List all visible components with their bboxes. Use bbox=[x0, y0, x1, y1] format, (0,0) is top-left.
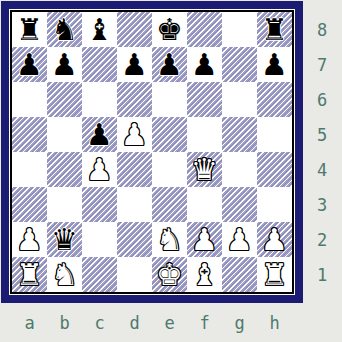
board-inner-border: ♜♞♝♚♜♟♟♟♟♟♟♟♟♟♛♟♛♞♟♟♟♜♞♚♝♜ bbox=[10, 10, 294, 294]
square-f8[interactable] bbox=[187, 12, 222, 47]
square-d3[interactable] bbox=[117, 187, 152, 222]
piece-black-bishop[interactable]: ♝ bbox=[86, 12, 113, 47]
piece-black-knight[interactable]: ♞ bbox=[51, 12, 78, 47]
piece-black-pawn[interactable]: ♟ bbox=[191, 47, 218, 82]
square-c8[interactable]: ♝ bbox=[82, 12, 117, 47]
square-h2[interactable]: ♟ bbox=[257, 222, 292, 257]
piece-black-pawn[interactable]: ♟ bbox=[86, 117, 113, 152]
square-d5[interactable]: ♟ bbox=[117, 117, 152, 152]
file-labels: abcdefgh bbox=[12, 304, 292, 342]
piece-white-knight[interactable]: ♞ bbox=[156, 222, 183, 257]
square-f7[interactable]: ♟ bbox=[187, 47, 222, 82]
square-d4[interactable] bbox=[117, 152, 152, 187]
square-c7[interactable] bbox=[82, 47, 117, 82]
square-a8[interactable]: ♜ bbox=[12, 12, 47, 47]
square-d6[interactable] bbox=[117, 82, 152, 117]
square-f3[interactable] bbox=[187, 187, 222, 222]
square-b2[interactable]: ♛ bbox=[47, 222, 82, 257]
piece-white-rook[interactable]: ♜ bbox=[261, 257, 288, 292]
piece-white-queen[interactable]: ♛ bbox=[191, 152, 218, 187]
file-label-f: f bbox=[187, 304, 222, 342]
chess-board: ♜♞♝♚♜♟♟♟♟♟♟♟♟♟♛♟♛♞♟♟♟♜♞♚♝♜ bbox=[1, 1, 303, 303]
square-e2[interactable]: ♞ bbox=[152, 222, 187, 257]
square-h5[interactable] bbox=[257, 117, 292, 152]
piece-white-pawn[interactable]: ♟ bbox=[226, 222, 253, 257]
square-h4[interactable] bbox=[257, 152, 292, 187]
piece-black-rook[interactable]: ♜ bbox=[261, 12, 288, 47]
square-a3[interactable] bbox=[12, 187, 47, 222]
rank-label-4: 4 bbox=[303, 152, 341, 187]
square-e5[interactable] bbox=[152, 117, 187, 152]
rank-label-2: 2 bbox=[303, 222, 341, 257]
square-h8[interactable]: ♜ bbox=[257, 12, 292, 47]
square-g8[interactable] bbox=[222, 12, 257, 47]
square-e4[interactable] bbox=[152, 152, 187, 187]
square-a6[interactable] bbox=[12, 82, 47, 117]
square-c6[interactable] bbox=[82, 82, 117, 117]
square-e7[interactable]: ♟ bbox=[152, 47, 187, 82]
square-c5[interactable]: ♟ bbox=[82, 117, 117, 152]
square-g6[interactable] bbox=[222, 82, 257, 117]
square-d2[interactable] bbox=[117, 222, 152, 257]
piece-black-queen[interactable]: ♛ bbox=[51, 222, 78, 257]
square-f4[interactable]: ♛ bbox=[187, 152, 222, 187]
piece-white-knight[interactable]: ♞ bbox=[51, 257, 78, 292]
square-f2[interactable]: ♟ bbox=[187, 222, 222, 257]
rank-label-7: 7 bbox=[303, 47, 341, 82]
square-c4[interactable]: ♟ bbox=[82, 152, 117, 187]
piece-white-king[interactable]: ♚ bbox=[156, 257, 183, 292]
square-b5[interactable] bbox=[47, 117, 82, 152]
piece-black-pawn[interactable]: ♟ bbox=[261, 47, 288, 82]
square-d1[interactable] bbox=[117, 257, 152, 292]
piece-white-pawn[interactable]: ♟ bbox=[121, 117, 148, 152]
square-b6[interactable] bbox=[47, 82, 82, 117]
square-c3[interactable] bbox=[82, 187, 117, 222]
rank-label-5: 5 bbox=[303, 117, 341, 152]
square-a1[interactable]: ♜ bbox=[12, 257, 47, 292]
square-c2[interactable] bbox=[82, 222, 117, 257]
square-g1[interactable] bbox=[222, 257, 257, 292]
file-label-b: b bbox=[47, 304, 82, 342]
square-g3[interactable] bbox=[222, 187, 257, 222]
square-d8[interactable] bbox=[117, 12, 152, 47]
square-e6[interactable] bbox=[152, 82, 187, 117]
piece-white-bishop[interactable]: ♝ bbox=[191, 257, 218, 292]
square-a4[interactable] bbox=[12, 152, 47, 187]
square-f6[interactable] bbox=[187, 82, 222, 117]
file-label-a: a bbox=[12, 304, 47, 342]
rank-label-1: 1 bbox=[303, 257, 341, 292]
square-h3[interactable] bbox=[257, 187, 292, 222]
square-g4[interactable] bbox=[222, 152, 257, 187]
square-g2[interactable]: ♟ bbox=[222, 222, 257, 257]
piece-black-pawn[interactable]: ♟ bbox=[16, 47, 43, 82]
square-a5[interactable] bbox=[12, 117, 47, 152]
square-b7[interactable]: ♟ bbox=[47, 47, 82, 82]
square-g7[interactable] bbox=[222, 47, 257, 82]
rank-label-3: 3 bbox=[303, 187, 341, 222]
square-g5[interactable] bbox=[222, 117, 257, 152]
piece-black-pawn[interactable]: ♟ bbox=[121, 47, 148, 82]
rank-label-6: 6 bbox=[303, 82, 341, 117]
square-h6[interactable] bbox=[257, 82, 292, 117]
square-h7[interactable]: ♟ bbox=[257, 47, 292, 82]
rank-label-8: 8 bbox=[303, 12, 341, 47]
square-b8[interactable]: ♞ bbox=[47, 12, 82, 47]
file-label-d: d bbox=[117, 304, 152, 342]
board-grid: ♜♞♝♚♜♟♟♟♟♟♟♟♟♟♛♟♛♞♟♟♟♜♞♚♝♜ bbox=[12, 12, 292, 292]
piece-black-king[interactable]: ♚ bbox=[156, 12, 183, 47]
piece-black-pawn[interactable]: ♟ bbox=[156, 47, 183, 82]
square-b1[interactable]: ♞ bbox=[47, 257, 82, 292]
file-label-c: c bbox=[82, 304, 117, 342]
piece-white-rook[interactable]: ♜ bbox=[16, 257, 43, 292]
file-label-e: e bbox=[152, 304, 187, 342]
square-a2[interactable]: ♟ bbox=[12, 222, 47, 257]
file-label-g: g bbox=[222, 304, 257, 342]
file-label-h: h bbox=[257, 304, 292, 342]
piece-black-pawn[interactable]: ♟ bbox=[51, 47, 78, 82]
square-c1[interactable] bbox=[82, 257, 117, 292]
piece-white-pawn[interactable]: ♟ bbox=[191, 222, 218, 257]
piece-black-rook[interactable]: ♜ bbox=[16, 12, 43, 47]
square-e3[interactable] bbox=[152, 187, 187, 222]
square-a7[interactable]: ♟ bbox=[12, 47, 47, 82]
square-d7[interactable]: ♟ bbox=[117, 47, 152, 82]
square-h1[interactable]: ♜ bbox=[257, 257, 292, 292]
board-frame: ♜♞♝♚♜♟♟♟♟♟♟♟♟♟♛♟♛♞♟♟♟♜♞♚♝♜ bbox=[1, 1, 303, 303]
square-b4[interactable] bbox=[47, 152, 82, 187]
piece-white-pawn[interactable]: ♟ bbox=[16, 222, 43, 257]
square-e1[interactable]: ♚ bbox=[152, 257, 187, 292]
square-f1[interactable]: ♝ bbox=[187, 257, 222, 292]
rank-labels: 87654321 bbox=[303, 12, 341, 292]
square-e8[interactable]: ♚ bbox=[152, 12, 187, 47]
square-f5[interactable] bbox=[187, 117, 222, 152]
square-b3[interactable] bbox=[47, 187, 82, 222]
piece-white-pawn[interactable]: ♟ bbox=[86, 152, 113, 187]
piece-white-pawn[interactable]: ♟ bbox=[261, 222, 288, 257]
